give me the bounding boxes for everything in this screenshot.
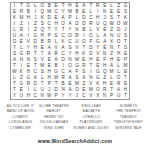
grid-cell[interactable]: Y <box>67 93 74 99</box>
grid-cell[interactable]: N <box>101 93 108 99</box>
word-search-page: ITGLOBETHEATRELZGERBIQMCYMBELINEESKMHJKD… <box>0 0 150 150</box>
grid-cell[interactable]: U <box>18 93 25 99</box>
grid-cell[interactable]: X <box>94 93 101 99</box>
grid-cell[interactable]: W <box>46 93 53 99</box>
grid-cell[interactable]: Y <box>60 93 67 99</box>
grid-cell[interactable]: P <box>53 93 60 99</box>
grid-cell[interactable]: J <box>73 93 80 99</box>
grid-cell[interactable]: T <box>122 93 129 99</box>
word-list-item: WINTERS TALE <box>115 126 141 131</box>
word-list-column: SONNETSTHE TEMPESTTRAGEDYTWELFTH NIGHTWI… <box>114 104 143 131</box>
word-list-column: GLOBE THEATREHAMLETHENRY VIIIJULIUS CAES… <box>39 104 69 131</box>
word-list-column: KING LEARMACBETHOTHELLOPLAYWRIGHTROMEO A… <box>74 104 109 131</box>
grid-cell[interactable]: C <box>80 93 87 99</box>
word-list-column: AS YOU LIKE ITBARD OF AVONCOMEDYCORIOLAN… <box>7 104 34 131</box>
grid-cell[interactable]: H <box>25 93 32 99</box>
word-list: AS YOU LIKE ITBARD OF AVONCOMEDYCORIOLAN… <box>2 104 148 134</box>
word-list-item: KING JOHN <box>44 126 64 131</box>
website-link[interactable]: www.WordSearchAddict.com <box>0 138 150 144</box>
grid-cell[interactable]: P <box>108 93 115 99</box>
grid-cell[interactable]: U <box>115 93 122 99</box>
word-search-grid: ITGLOBETHEATRELZGERBIQMCYMBELINEESKMHJKD… <box>10 2 130 100</box>
grid-cell[interactable]: C <box>32 93 39 99</box>
grid-cell[interactable]: V <box>87 93 94 99</box>
grid-cell[interactable]: N <box>39 93 46 99</box>
word-list-item: ROMEO AND JULIET <box>74 126 109 131</box>
grid-cell[interactable]: Y <box>11 93 18 99</box>
word-list-item: CYMBELINE <box>10 126 31 131</box>
